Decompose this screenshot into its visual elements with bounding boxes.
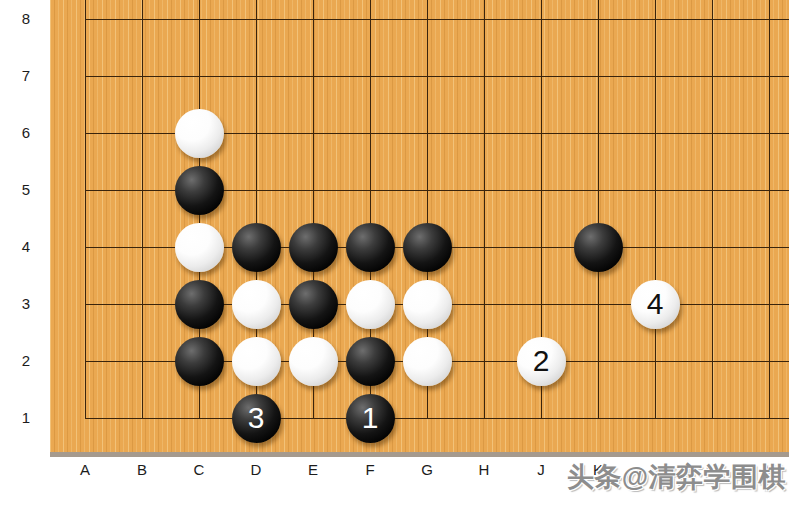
stones-grid: 3124 (57, 0, 789, 447)
row-label-3: 3 (12, 295, 40, 313)
column-label-G: G (413, 461, 441, 479)
column-label-D: D (242, 461, 270, 479)
column-label-H: H (470, 461, 498, 479)
black-stone-D1: 3 (232, 394, 281, 443)
white-stone-J2: 2 (517, 337, 566, 386)
black-stone-E4 (289, 223, 338, 272)
white-stone-C6 (175, 109, 224, 158)
column-label-J: J (527, 461, 555, 479)
move-number-label: 3 (248, 403, 265, 433)
white-stone-C4 (175, 223, 224, 272)
column-label-A: A (71, 461, 99, 479)
row-label-5: 5 (12, 181, 40, 199)
watermark: 头条@清弈学围棋 (567, 459, 786, 495)
go-diagram-screenshot: 3124 87654321 ABCDEFGHJKLMN 头条@清弈学围棋 (0, 0, 789, 507)
row-label-2: 2 (12, 352, 40, 370)
column-label-E: E (299, 461, 327, 479)
row-label-8: 8 (12, 10, 40, 28)
white-stone-D2 (232, 337, 281, 386)
move-number-label: 4 (647, 289, 664, 319)
black-stone-C5 (175, 166, 224, 215)
black-stone-F4 (346, 223, 395, 272)
white-stone-E2 (289, 337, 338, 386)
column-label-C: C (185, 461, 213, 479)
black-stone-D4 (232, 223, 281, 272)
black-stone-G4 (403, 223, 452, 272)
row-label-7: 7 (12, 67, 40, 85)
white-stone-G2 (403, 337, 452, 386)
row-label-1: 1 (12, 409, 40, 427)
black-stone-K4 (574, 223, 623, 272)
white-stone-L3: 4 (631, 280, 680, 329)
white-stone-G3 (403, 280, 452, 329)
black-stone-E3 (289, 280, 338, 329)
board-bottom-edge (50, 452, 789, 457)
black-stone-C2 (175, 337, 224, 386)
black-stone-F1: 1 (346, 394, 395, 443)
black-stone-C3 (175, 280, 224, 329)
row-label-6: 6 (12, 124, 40, 142)
white-stone-F3 (346, 280, 395, 329)
white-stone-D3 (232, 280, 281, 329)
black-stone-F2 (346, 337, 395, 386)
move-number-label: 2 (533, 346, 550, 376)
row-label-4: 4 (12, 238, 40, 256)
column-label-F: F (356, 461, 384, 479)
column-label-B: B (128, 461, 156, 479)
move-number-label: 1 (362, 403, 379, 433)
